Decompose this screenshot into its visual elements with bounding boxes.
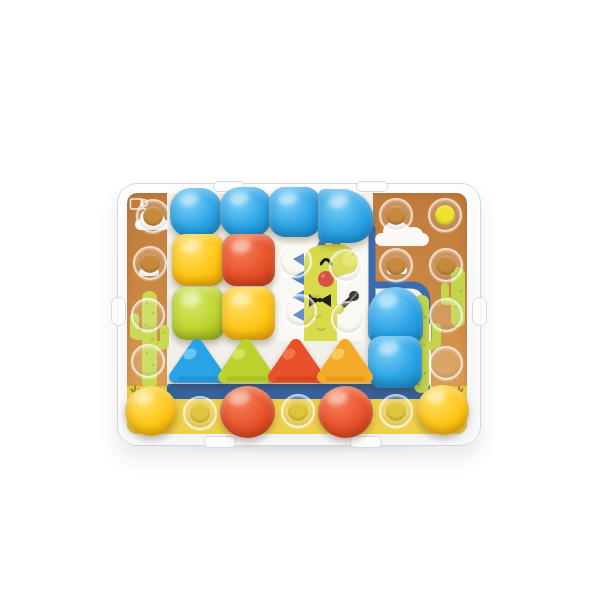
blue-cap-button[interactable] [170, 188, 222, 238]
blue-cap-button[interactable] [269, 187, 321, 237]
bottom-clasp-right[interactable] [350, 436, 382, 448]
green-square-button[interactable] [172, 287, 225, 340]
peg-circle [288, 401, 308, 421]
peg-circle [143, 206, 163, 226]
peg-hole[interactable] [429, 346, 463, 380]
blue-cap-button[interactable] [318, 189, 374, 243]
peg-hole[interactable] [331, 301, 365, 335]
blue-cap-button[interactable] [220, 187, 272, 237]
peg-hole[interactable] [183, 396, 217, 430]
peg-circle [386, 205, 406, 225]
red-triangle-button[interactable] [269, 338, 323, 384]
product-photo [0, 0, 600, 600]
peg-hole[interactable] [283, 294, 317, 328]
yellow-square-button[interactable] [172, 234, 225, 286]
left-latch-icon[interactable] [111, 297, 126, 326]
blue-square-button[interactable] [368, 336, 422, 388]
peg-hole[interactable] [379, 198, 413, 232]
peg-hole[interactable] [428, 198, 462, 232]
yellow-round-button[interactable] [417, 385, 469, 435]
board-layer [127, 193, 467, 434]
peg-hole[interactable] [281, 394, 315, 428]
peg-hole[interactable] [131, 298, 165, 332]
peg-hole[interactable] [133, 246, 167, 280]
peg-hole[interactable] [379, 394, 413, 428]
peg-hole[interactable] [379, 248, 413, 282]
peg-hole[interactable] [136, 199, 170, 233]
yellow-square-button[interactable] [222, 287, 275, 340]
bottom-clasp-left[interactable] [204, 436, 236, 448]
right-latch-icon[interactable] [472, 297, 487, 326]
red-round-button[interactable] [318, 386, 373, 438]
top-clasp-right[interactable] [356, 181, 388, 192]
peg-circle [386, 401, 406, 421]
carry-case [117, 183, 481, 446]
peg-hole[interactable] [278, 244, 312, 278]
red-square-button[interactable] [222, 234, 275, 286]
red-round-button[interactable] [220, 386, 275, 438]
sun-peg-circle [435, 205, 455, 225]
peg-hole[interactable] [429, 298, 463, 332]
peg-circle [386, 255, 406, 275]
green-triangle-button[interactable] [219, 338, 273, 384]
peg-circle [190, 403, 210, 423]
blue-triangle-button[interactable] [170, 338, 224, 384]
peg-hole[interactable] [329, 249, 363, 283]
peg-hole[interactable] [429, 248, 463, 282]
peg-hole[interactable] [131, 344, 165, 378]
peg-circle [140, 253, 160, 273]
amber-triangle-button[interactable] [318, 338, 372, 384]
yellow-round-button[interactable] [125, 386, 177, 436]
peg-circle [436, 255, 456, 275]
blue-cap-button[interactable] [368, 287, 423, 343]
